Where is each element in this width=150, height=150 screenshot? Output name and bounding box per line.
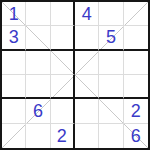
cell-r6c4[interactable] xyxy=(75,124,99,148)
cell-r5c4[interactable] xyxy=(75,99,99,123)
cell-r2c2[interactable] xyxy=(26,26,50,50)
cell-r2c6[interactable] xyxy=(124,26,148,50)
cell-r1c2[interactable] xyxy=(26,2,50,26)
cell-r2c1[interactable]: 3 xyxy=(2,26,26,50)
cell-r2c3[interactable] xyxy=(51,26,75,50)
sudoku-grid: 14356226 xyxy=(2,2,148,148)
cell-r4c3[interactable] xyxy=(51,75,75,99)
cell-r6c2[interactable] xyxy=(26,124,50,148)
cell-r5c5[interactable] xyxy=(99,99,123,123)
cell-r1c4[interactable]: 4 xyxy=(75,2,99,26)
cell-r5c3[interactable] xyxy=(51,99,75,123)
cell-r3c5[interactable] xyxy=(99,51,123,75)
cell-r3c1[interactable] xyxy=(2,51,26,75)
cell-r4c2[interactable] xyxy=(26,75,50,99)
cell-r3c6[interactable] xyxy=(124,51,148,75)
cell-r6c1[interactable] xyxy=(2,124,26,148)
cell-r1c5[interactable] xyxy=(99,2,123,26)
cell-r5c2[interactable]: 6 xyxy=(26,99,50,123)
cell-r4c6[interactable] xyxy=(124,75,148,99)
cell-r6c3[interactable]: 2 xyxy=(51,124,75,148)
cell-r6c5[interactable] xyxy=(99,124,123,148)
cell-r4c1[interactable] xyxy=(2,75,26,99)
cell-r2c4[interactable] xyxy=(75,26,99,50)
cell-r5c6[interactable]: 2 xyxy=(124,99,148,123)
cell-r4c4[interactable] xyxy=(75,75,99,99)
cell-r3c3[interactable] xyxy=(51,51,75,75)
cell-r2c5[interactable]: 5 xyxy=(99,26,123,50)
sudoku-board: 14356226 xyxy=(0,0,150,150)
cell-r1c1[interactable]: 1 xyxy=(2,2,26,26)
cell-r3c4[interactable] xyxy=(75,51,99,75)
cell-r4c5[interactable] xyxy=(99,75,123,99)
cell-r1c3[interactable] xyxy=(51,2,75,26)
cell-r3c2[interactable] xyxy=(26,51,50,75)
cell-r1c6[interactable] xyxy=(124,2,148,26)
cell-r6c6[interactable]: 6 xyxy=(124,124,148,148)
cell-r5c1[interactable] xyxy=(2,99,26,123)
